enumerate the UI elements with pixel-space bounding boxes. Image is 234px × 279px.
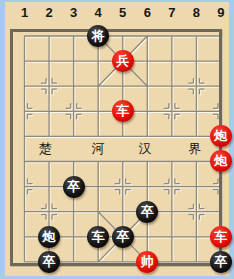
red-chariot[interactable]: 车 [210,226,232,248]
red-general[interactable]: 帅 [136,251,158,273]
black-soldier[interactable]: 卒 [210,251,232,273]
board-panel: 123456789 楚河汉界 将兵车炮炮卒卒炮车卒车卒帅卒 [5,2,229,276]
black-chariot[interactable]: 车 [87,226,109,248]
red-cannon[interactable]: 炮 [210,125,232,147]
board-grid: 将兵车炮炮卒卒炮车卒车卒帅卒 [12,23,233,274]
black-soldier[interactable]: 卒 [136,201,158,223]
xiangqi-board-window: 123456789 楚河汉界 将兵车炮炮卒卒炮车卒车卒帅卒 [0,0,234,279]
black-soldier[interactable]: 卒 [38,251,60,273]
red-soldier[interactable]: 兵 [112,50,134,72]
black-general[interactable]: 将 [87,25,109,47]
black-cannon[interactable]: 炮 [38,226,60,248]
red-cannon[interactable]: 炮 [210,150,232,172]
black-soldier[interactable]: 卒 [112,226,134,248]
black-soldier[interactable]: 卒 [63,176,85,198]
red-chariot[interactable]: 车 [112,100,134,122]
